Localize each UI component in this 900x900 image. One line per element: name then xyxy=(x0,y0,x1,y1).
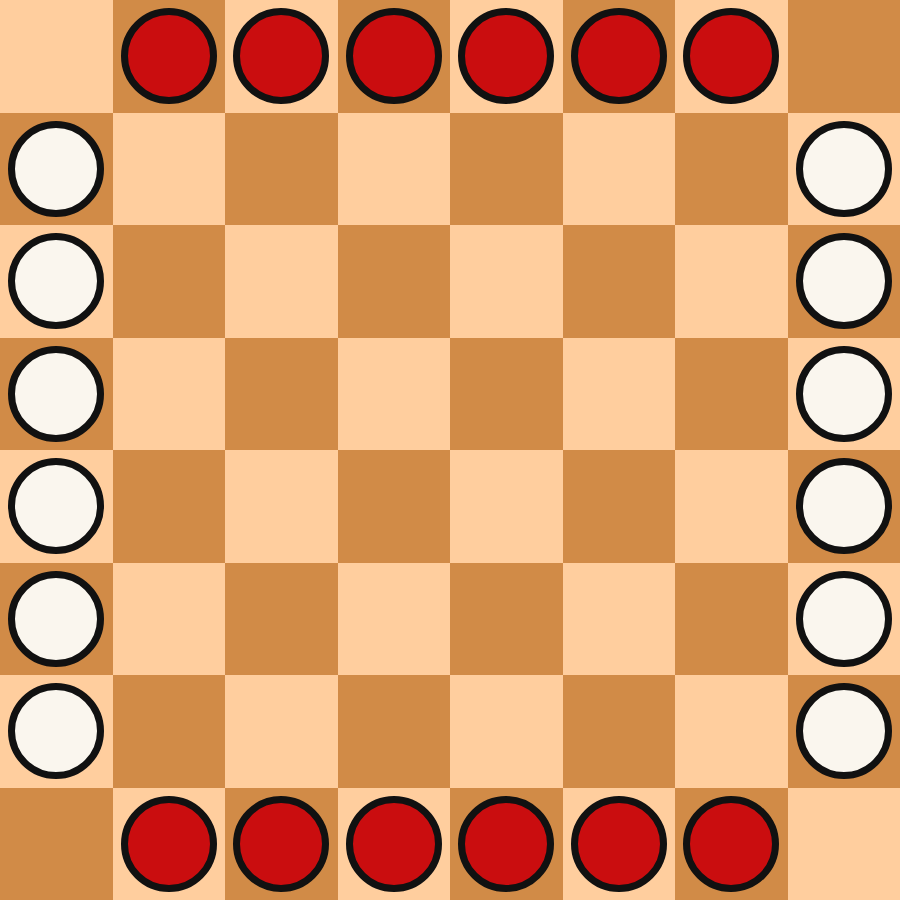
square-h7[interactable] xyxy=(788,113,900,226)
square-h6[interactable] xyxy=(788,225,900,338)
white-checker-piece-h6[interactable] xyxy=(796,233,892,329)
square-g8[interactable] xyxy=(675,0,788,113)
square-a1[interactable] xyxy=(0,788,113,900)
square-e4[interactable] xyxy=(450,450,563,563)
white-checker-piece-a5[interactable] xyxy=(8,346,104,442)
square-b1[interactable] xyxy=(113,788,226,900)
square-f7[interactable] xyxy=(563,113,676,226)
white-checker-piece-h2[interactable] xyxy=(796,683,892,779)
square-b2[interactable] xyxy=(113,675,226,788)
white-checker-piece-h7[interactable] xyxy=(796,121,892,217)
square-e5[interactable] xyxy=(450,338,563,451)
red-checker-piece-e8[interactable] xyxy=(458,8,554,104)
red-checker-piece-g1[interactable] xyxy=(683,796,779,892)
square-d5[interactable] xyxy=(338,338,451,451)
square-f5[interactable] xyxy=(563,338,676,451)
square-h8[interactable] xyxy=(788,0,900,113)
square-e1[interactable] xyxy=(450,788,563,900)
square-f3[interactable] xyxy=(563,563,676,676)
lines-of-action-board xyxy=(0,0,900,900)
white-checker-piece-a3[interactable] xyxy=(8,571,104,667)
square-c2[interactable] xyxy=(225,675,338,788)
square-g6[interactable] xyxy=(675,225,788,338)
square-b3[interactable] xyxy=(113,563,226,676)
square-b8[interactable] xyxy=(113,0,226,113)
square-f6[interactable] xyxy=(563,225,676,338)
square-f8[interactable] xyxy=(563,0,676,113)
white-checker-piece-h4[interactable] xyxy=(796,458,892,554)
red-checker-piece-g8[interactable] xyxy=(683,8,779,104)
square-c6[interactable] xyxy=(225,225,338,338)
square-e2[interactable] xyxy=(450,675,563,788)
red-checker-piece-c8[interactable] xyxy=(233,8,329,104)
square-h1[interactable] xyxy=(788,788,900,900)
square-g2[interactable] xyxy=(675,675,788,788)
red-checker-piece-c1[interactable] xyxy=(233,796,329,892)
square-c3[interactable] xyxy=(225,563,338,676)
square-a3[interactable] xyxy=(0,563,113,676)
square-c8[interactable] xyxy=(225,0,338,113)
square-e3[interactable] xyxy=(450,563,563,676)
square-a6[interactable] xyxy=(0,225,113,338)
red-checker-piece-e1[interactable] xyxy=(458,796,554,892)
square-a7[interactable] xyxy=(0,113,113,226)
square-a2[interactable] xyxy=(0,675,113,788)
red-checker-piece-f1[interactable] xyxy=(571,796,667,892)
white-checker-piece-a7[interactable] xyxy=(8,121,104,217)
white-checker-piece-a6[interactable] xyxy=(8,233,104,329)
white-checker-piece-h3[interactable] xyxy=(796,571,892,667)
red-checker-piece-d8[interactable] xyxy=(346,8,442,104)
square-h3[interactable] xyxy=(788,563,900,676)
red-checker-piece-d1[interactable] xyxy=(346,796,442,892)
red-checker-piece-b8[interactable] xyxy=(121,8,217,104)
square-g4[interactable] xyxy=(675,450,788,563)
square-d4[interactable] xyxy=(338,450,451,563)
square-b5[interactable] xyxy=(113,338,226,451)
square-g7[interactable] xyxy=(675,113,788,226)
square-g5[interactable] xyxy=(675,338,788,451)
square-b6[interactable] xyxy=(113,225,226,338)
square-d6[interactable] xyxy=(338,225,451,338)
red-checker-piece-b1[interactable] xyxy=(121,796,217,892)
square-h4[interactable] xyxy=(788,450,900,563)
square-f4[interactable] xyxy=(563,450,676,563)
square-a8[interactable] xyxy=(0,0,113,113)
square-a4[interactable] xyxy=(0,450,113,563)
square-d1[interactable] xyxy=(338,788,451,900)
square-f2[interactable] xyxy=(563,675,676,788)
square-e6[interactable] xyxy=(450,225,563,338)
red-checker-piece-f8[interactable] xyxy=(571,8,667,104)
square-e7[interactable] xyxy=(450,113,563,226)
square-b4[interactable] xyxy=(113,450,226,563)
square-a5[interactable] xyxy=(0,338,113,451)
square-f1[interactable] xyxy=(563,788,676,900)
square-g1[interactable] xyxy=(675,788,788,900)
white-checker-piece-h5[interactable] xyxy=(796,346,892,442)
square-d7[interactable] xyxy=(338,113,451,226)
square-c4[interactable] xyxy=(225,450,338,563)
square-c7[interactable] xyxy=(225,113,338,226)
square-d8[interactable] xyxy=(338,0,451,113)
white-checker-piece-a2[interactable] xyxy=(8,683,104,779)
square-d2[interactable] xyxy=(338,675,451,788)
square-c1[interactable] xyxy=(225,788,338,900)
square-h2[interactable] xyxy=(788,675,900,788)
square-d3[interactable] xyxy=(338,563,451,676)
square-b7[interactable] xyxy=(113,113,226,226)
square-c5[interactable] xyxy=(225,338,338,451)
square-e8[interactable] xyxy=(450,0,563,113)
white-checker-piece-a4[interactable] xyxy=(8,458,104,554)
square-g3[interactable] xyxy=(675,563,788,676)
square-h5[interactable] xyxy=(788,338,900,451)
